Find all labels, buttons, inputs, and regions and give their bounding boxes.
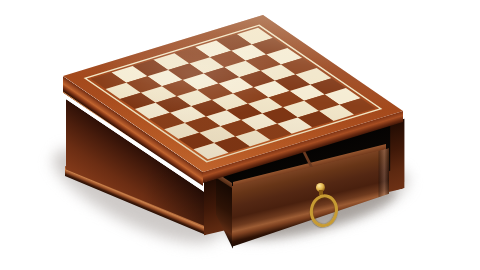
brass-ring-icon: [307, 192, 340, 229]
brass-ring-pull: [304, 178, 350, 230]
scene: [0, 0, 480, 270]
